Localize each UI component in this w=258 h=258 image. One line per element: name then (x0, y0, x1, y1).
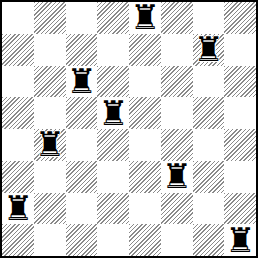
square-c4[interactable] (66, 129, 98, 161)
black-rook: ♜ (161, 161, 191, 192)
square-g1[interactable] (193, 224, 225, 256)
square-d8[interactable] (97, 2, 129, 34)
square-g2[interactable] (193, 193, 225, 225)
square-b3[interactable] (34, 161, 66, 193)
square-e5[interactable] (129, 97, 161, 129)
square-a1[interactable] (2, 224, 34, 256)
square-g3[interactable] (193, 161, 225, 193)
square-b4[interactable]: ♜ (34, 129, 66, 161)
square-f5[interactable] (161, 97, 193, 129)
square-h1[interactable]: ♜ (224, 224, 256, 256)
chess-diagram: ♜♜♜♜♜♜♜♜ (0, 0, 258, 258)
square-d3[interactable] (97, 161, 129, 193)
square-e6[interactable] (129, 66, 161, 98)
square-a4[interactable] (2, 129, 34, 161)
black-rook: ♜ (193, 34, 223, 65)
square-b1[interactable] (34, 224, 66, 256)
black-rook: ♜ (130, 2, 160, 33)
square-f3[interactable]: ♜ (161, 161, 193, 193)
chess-board: ♜♜♜♜♜♜♜♜ (0, 0, 258, 258)
square-g6[interactable] (193, 66, 225, 98)
square-h8[interactable] (224, 2, 256, 34)
square-a5[interactable] (2, 97, 34, 129)
black-rook: ♜ (225, 225, 255, 256)
square-g7[interactable]: ♜ (193, 34, 225, 66)
square-c6[interactable]: ♜ (66, 66, 98, 98)
black-rook: ♜ (98, 98, 128, 129)
square-b6[interactable] (34, 66, 66, 98)
square-f2[interactable] (161, 193, 193, 225)
square-g4[interactable] (193, 129, 225, 161)
square-f8[interactable] (161, 2, 193, 34)
square-d7[interactable] (97, 34, 129, 66)
square-f6[interactable] (161, 66, 193, 98)
square-f7[interactable] (161, 34, 193, 66)
square-a8[interactable] (2, 2, 34, 34)
square-c8[interactable] (66, 2, 98, 34)
black-rook: ♜ (3, 193, 33, 224)
square-e4[interactable] (129, 129, 161, 161)
square-c2[interactable] (66, 193, 98, 225)
square-a2[interactable]: ♜ (2, 193, 34, 225)
square-d5[interactable]: ♜ (97, 97, 129, 129)
square-d1[interactable] (97, 224, 129, 256)
square-c5[interactable] (66, 97, 98, 129)
square-g5[interactable] (193, 97, 225, 129)
square-h6[interactable] (224, 66, 256, 98)
square-c3[interactable] (66, 161, 98, 193)
square-e2[interactable] (129, 193, 161, 225)
square-h5[interactable] (224, 97, 256, 129)
square-d4[interactable] (97, 129, 129, 161)
square-a6[interactable] (2, 66, 34, 98)
square-h4[interactable] (224, 129, 256, 161)
square-b7[interactable] (34, 34, 66, 66)
square-d2[interactable] (97, 193, 129, 225)
square-b8[interactable] (34, 2, 66, 34)
square-b2[interactable] (34, 193, 66, 225)
square-f1[interactable] (161, 224, 193, 256)
square-e8[interactable]: ♜ (129, 2, 161, 34)
square-h7[interactable] (224, 34, 256, 66)
square-c1[interactable] (66, 224, 98, 256)
square-e1[interactable] (129, 224, 161, 256)
square-h3[interactable] (224, 161, 256, 193)
square-e3[interactable] (129, 161, 161, 193)
black-rook: ♜ (66, 66, 96, 97)
square-e7[interactable] (129, 34, 161, 66)
square-a7[interactable] (2, 34, 34, 66)
black-rook: ♜ (34, 129, 64, 160)
